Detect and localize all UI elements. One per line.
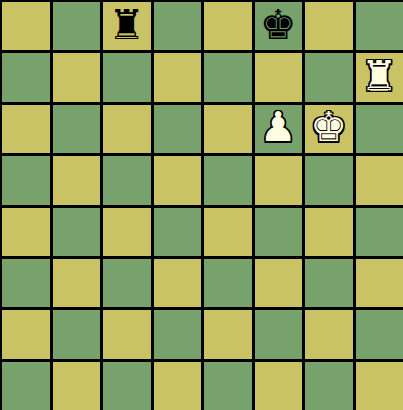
square-e4[interactable] [204, 208, 252, 256]
white-pawn[interactable]: ♟ [260, 107, 297, 148]
square-d1[interactable] [154, 362, 202, 410]
square-g1[interactable] [305, 362, 353, 410]
square-f7[interactable] [255, 53, 303, 101]
square-b3[interactable] [53, 259, 101, 307]
square-c3[interactable] [103, 259, 151, 307]
chess-app-window: ♜♚♜♟♚ [0, 0, 403, 410]
square-h3[interactable] [356, 259, 403, 307]
square-d2[interactable] [154, 310, 202, 358]
square-c8[interactable]: ♜ [103, 2, 151, 50]
square-f4[interactable] [255, 208, 303, 256]
square-e1[interactable] [204, 362, 252, 410]
white-king[interactable]: ♚ [310, 107, 347, 148]
square-h8[interactable] [356, 2, 403, 50]
square-e7[interactable] [204, 53, 252, 101]
square-d6[interactable] [154, 105, 202, 153]
square-a7[interactable] [2, 53, 50, 101]
square-b4[interactable] [53, 208, 101, 256]
square-h4[interactable] [356, 208, 403, 256]
square-f8[interactable]: ♚ [255, 2, 303, 50]
square-g4[interactable] [305, 208, 353, 256]
square-e5[interactable] [204, 156, 252, 204]
square-g3[interactable] [305, 259, 353, 307]
chess-board: ♜♚♜♟♚ [0, 0, 403, 410]
black-rook[interactable]: ♜ [108, 5, 145, 46]
square-e8[interactable] [204, 2, 252, 50]
square-h1[interactable] [356, 362, 403, 410]
square-a4[interactable] [2, 208, 50, 256]
square-g6[interactable]: ♚ [305, 105, 353, 153]
square-e2[interactable] [204, 310, 252, 358]
square-g2[interactable] [305, 310, 353, 358]
square-b8[interactable] [53, 2, 101, 50]
square-g8[interactable] [305, 2, 353, 50]
square-a1[interactable] [2, 362, 50, 410]
square-a6[interactable] [2, 105, 50, 153]
square-a5[interactable] [2, 156, 50, 204]
square-g7[interactable] [305, 53, 353, 101]
square-h7[interactable]: ♜ [356, 53, 403, 101]
square-c4[interactable] [103, 208, 151, 256]
square-d7[interactable] [154, 53, 202, 101]
square-d8[interactable] [154, 2, 202, 50]
square-h2[interactable] [356, 310, 403, 358]
square-c2[interactable] [103, 310, 151, 358]
square-c6[interactable] [103, 105, 151, 153]
square-a2[interactable] [2, 310, 50, 358]
square-a8[interactable] [2, 2, 50, 50]
square-b7[interactable] [53, 53, 101, 101]
square-b2[interactable] [53, 310, 101, 358]
white-rook[interactable]: ♜ [361, 56, 398, 97]
square-d4[interactable] [154, 208, 202, 256]
square-c5[interactable] [103, 156, 151, 204]
square-h5[interactable] [356, 156, 403, 204]
square-b1[interactable] [53, 362, 101, 410]
square-f1[interactable] [255, 362, 303, 410]
square-d5[interactable] [154, 156, 202, 204]
square-b6[interactable] [53, 105, 101, 153]
square-h6[interactable] [356, 105, 403, 153]
black-king[interactable]: ♚ [260, 5, 297, 46]
square-f2[interactable] [255, 310, 303, 358]
square-f3[interactable] [255, 259, 303, 307]
square-d3[interactable] [154, 259, 202, 307]
square-c1[interactable] [103, 362, 151, 410]
square-c7[interactable] [103, 53, 151, 101]
square-f6[interactable]: ♟ [255, 105, 303, 153]
square-b5[interactable] [53, 156, 101, 204]
square-g5[interactable] [305, 156, 353, 204]
square-e3[interactable] [204, 259, 252, 307]
square-a3[interactable] [2, 259, 50, 307]
square-f5[interactable] [255, 156, 303, 204]
square-e6[interactable] [204, 105, 252, 153]
